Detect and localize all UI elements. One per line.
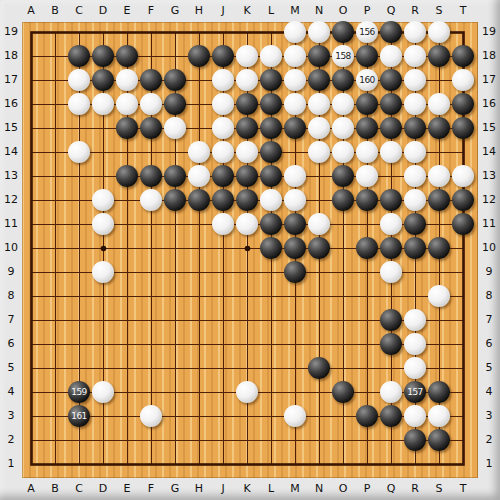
stone-white <box>404 93 426 115</box>
stone-black <box>188 45 210 67</box>
stone-white <box>356 165 378 187</box>
stone-black <box>452 117 474 139</box>
stone-white <box>404 165 426 187</box>
stone-black <box>212 189 234 211</box>
row-label: 11 <box>478 212 500 236</box>
row-label: 2 <box>478 428 500 452</box>
stone-white <box>92 381 114 403</box>
stone-white <box>308 213 330 235</box>
stone-white <box>404 21 426 43</box>
column-label: R <box>403 0 427 22</box>
stone-white <box>260 45 282 67</box>
stone-black <box>236 165 258 187</box>
stone-black <box>332 69 354 91</box>
row-label: 1 <box>478 452 500 476</box>
column-label: G <box>163 478 187 500</box>
column-label: M <box>283 478 307 500</box>
stone-white <box>308 117 330 139</box>
stone-black <box>308 69 330 91</box>
stone-black <box>332 189 354 211</box>
column-label: S <box>427 0 451 22</box>
stone-white <box>380 45 402 67</box>
move-number: 158 <box>335 52 351 61</box>
row-label: 13 <box>478 164 500 188</box>
row-label: 6 <box>478 332 500 356</box>
stone-black <box>452 213 474 235</box>
stone-black <box>428 381 450 403</box>
stone-white <box>212 117 234 139</box>
stone-black <box>260 213 282 235</box>
column-labels-bottom: ABCDEFGHJKLMNOPQRST <box>19 478 475 500</box>
column-label: N <box>307 478 331 500</box>
stone-white <box>236 141 258 163</box>
stone-black <box>284 213 306 235</box>
stone-black <box>380 93 402 115</box>
stone-black <box>164 165 186 187</box>
stone-black <box>428 189 450 211</box>
stone-black <box>332 381 354 403</box>
row-label: 8 <box>478 284 500 308</box>
stone-black <box>308 357 330 379</box>
move-number: 157 <box>407 388 423 397</box>
column-label: T <box>451 478 475 500</box>
stone-black: 159 <box>68 381 90 403</box>
stone-black <box>380 21 402 43</box>
stone-white <box>140 189 162 211</box>
stone-white <box>236 45 258 67</box>
column-label: G <box>163 0 187 22</box>
column-label: P <box>355 0 379 22</box>
stone-white <box>404 405 426 427</box>
row-label: 9 <box>478 260 500 284</box>
column-label: P <box>355 478 379 500</box>
stone-white <box>236 213 258 235</box>
stone-black <box>260 69 282 91</box>
stone-black <box>452 45 474 67</box>
stone-white <box>92 261 114 283</box>
stone-white <box>380 213 402 235</box>
column-label: F <box>139 0 163 22</box>
stone-black <box>116 45 138 67</box>
stone-white <box>380 261 402 283</box>
go-board[interactable]: 156158160159157161 <box>22 22 478 478</box>
stone-black <box>236 117 258 139</box>
stone-white <box>332 141 354 163</box>
stone-black <box>404 117 426 139</box>
stone-white <box>212 141 234 163</box>
stone-white <box>428 165 450 187</box>
stone-white <box>404 189 426 211</box>
stone-white <box>308 93 330 115</box>
row-label: 15 <box>478 116 500 140</box>
stone-white <box>308 141 330 163</box>
stone-white <box>404 333 426 355</box>
stone-black <box>284 261 306 283</box>
stone-white <box>428 285 450 307</box>
stone-black: 161 <box>68 405 90 427</box>
column-label: D <box>91 478 115 500</box>
column-label: H <box>187 0 211 22</box>
column-label: H <box>187 478 211 500</box>
row-label: 14 <box>478 140 500 164</box>
stone-black <box>164 189 186 211</box>
stone-black <box>284 237 306 259</box>
stone-white <box>236 381 258 403</box>
stone-white <box>308 21 330 43</box>
row-label: 5 <box>478 356 500 380</box>
stone-black <box>404 429 426 451</box>
stone-black <box>356 45 378 67</box>
stone-black <box>380 309 402 331</box>
column-label: M <box>283 0 307 22</box>
stone-black <box>284 117 306 139</box>
move-number: 156 <box>359 28 375 37</box>
stone-white <box>140 93 162 115</box>
column-label: J <box>211 478 235 500</box>
column-label: T <box>451 0 475 22</box>
stone-white <box>332 117 354 139</box>
stone-black <box>428 237 450 259</box>
stone-black <box>140 117 162 139</box>
column-label: C <box>67 478 91 500</box>
stone-white: 160 <box>356 69 378 91</box>
move-number: 159 <box>71 388 87 397</box>
row-label: 3 <box>478 404 500 428</box>
stone-black <box>260 237 282 259</box>
move-number: 161 <box>71 412 87 421</box>
row-label: 10 <box>478 236 500 260</box>
stone-black <box>356 117 378 139</box>
column-label: R <box>403 478 427 500</box>
stone-white <box>212 69 234 91</box>
column-label: J <box>211 0 235 22</box>
stone-white <box>404 309 426 331</box>
column-label: D <box>91 0 115 22</box>
stone-black <box>380 117 402 139</box>
column-label: A <box>19 478 43 500</box>
stone-black <box>452 93 474 115</box>
stone-black <box>332 165 354 187</box>
column-label: O <box>331 0 355 22</box>
stone-black <box>380 69 402 91</box>
stone-white <box>332 93 354 115</box>
column-label: E <box>115 478 139 500</box>
go-diagram: ABCDEFGHJKLMNOPQRST ABCDEFGHJKLMNOPQRST … <box>0 0 500 500</box>
stone-white <box>164 117 186 139</box>
stone-black <box>428 429 450 451</box>
stone-black <box>164 69 186 91</box>
stone-white <box>68 141 90 163</box>
stone-white <box>380 141 402 163</box>
stone-white <box>404 69 426 91</box>
stone-white <box>404 141 426 163</box>
stone-black <box>260 117 282 139</box>
column-label: E <box>115 0 139 22</box>
column-label: L <box>259 0 283 22</box>
stone-black <box>380 237 402 259</box>
stones-layer: 156158160159157161 <box>19 20 475 476</box>
stone-white <box>284 93 306 115</box>
stone-black <box>140 69 162 91</box>
stone-black <box>260 165 282 187</box>
stone-black <box>164 93 186 115</box>
row-label: 18 <box>478 44 500 68</box>
stone-black <box>380 189 402 211</box>
stone-white: 158 <box>332 45 354 67</box>
stone-black <box>380 405 402 427</box>
stone-black <box>428 45 450 67</box>
stone-white <box>284 45 306 67</box>
stone-black <box>236 93 258 115</box>
stone-white <box>260 189 282 211</box>
column-label: O <box>331 478 355 500</box>
stone-black: 157 <box>404 381 426 403</box>
stone-black <box>212 45 234 67</box>
stone-white <box>284 21 306 43</box>
stone-white <box>428 405 450 427</box>
column-label: K <box>235 0 259 22</box>
stone-white <box>68 69 90 91</box>
row-label: 19 <box>478 20 500 44</box>
stone-black <box>260 141 282 163</box>
stone-black <box>260 93 282 115</box>
stone-white <box>92 93 114 115</box>
stone-white <box>140 405 162 427</box>
stone-white <box>428 21 450 43</box>
stone-white <box>116 69 138 91</box>
column-label: L <box>259 478 283 500</box>
stone-white <box>452 165 474 187</box>
row-label: 17 <box>478 68 500 92</box>
stone-black <box>356 189 378 211</box>
stone-white <box>404 357 426 379</box>
stone-white: 156 <box>356 21 378 43</box>
column-label: S <box>427 478 451 500</box>
column-label: Q <box>379 0 403 22</box>
stone-black <box>404 213 426 235</box>
column-label: K <box>235 478 259 500</box>
stone-white <box>284 165 306 187</box>
column-label: B <box>43 478 67 500</box>
stone-black <box>116 117 138 139</box>
row-label: 4 <box>478 380 500 404</box>
column-label: A <box>19 0 43 22</box>
column-label: C <box>67 0 91 22</box>
stone-black <box>308 237 330 259</box>
stone-black <box>332 21 354 43</box>
stone-black <box>428 117 450 139</box>
row-label: 12 <box>478 188 500 212</box>
stone-white <box>356 141 378 163</box>
stone-white <box>284 69 306 91</box>
stone-white <box>380 381 402 403</box>
stone-white <box>212 93 234 115</box>
stone-black <box>356 93 378 115</box>
stone-black <box>92 69 114 91</box>
stone-black <box>140 165 162 187</box>
stone-white <box>68 93 90 115</box>
stone-white <box>236 69 258 91</box>
column-labels-top: ABCDEFGHJKLMNOPQRST <box>19 0 475 22</box>
stone-white <box>428 93 450 115</box>
column-label: Q <box>379 478 403 500</box>
stone-white <box>212 213 234 235</box>
stone-black <box>452 189 474 211</box>
stone-black <box>380 333 402 355</box>
stone-white <box>284 189 306 211</box>
column-label: F <box>139 478 163 500</box>
stone-black <box>356 405 378 427</box>
stone-black <box>356 237 378 259</box>
column-label: B <box>43 0 67 22</box>
stone-black <box>116 165 138 187</box>
stone-white <box>452 69 474 91</box>
stone-black <box>212 165 234 187</box>
stone-white <box>92 189 114 211</box>
stone-black <box>92 45 114 67</box>
column-label: N <box>307 0 331 22</box>
stone-black <box>236 189 258 211</box>
stone-white <box>188 141 210 163</box>
stone-white <box>92 213 114 235</box>
row-labels-right: 19181716151413121110987654321 <box>478 20 500 476</box>
stone-black <box>308 45 330 67</box>
stone-black <box>188 189 210 211</box>
move-number: 160 <box>359 76 375 85</box>
stone-black <box>404 237 426 259</box>
stone-black <box>68 45 90 67</box>
stone-white <box>188 165 210 187</box>
stone-white <box>284 405 306 427</box>
stone-white <box>404 45 426 67</box>
row-label: 7 <box>478 308 500 332</box>
row-label: 16 <box>478 92 500 116</box>
stone-white <box>116 93 138 115</box>
